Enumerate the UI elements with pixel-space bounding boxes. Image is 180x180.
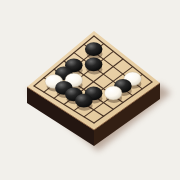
black-stone [85,58,103,75]
white-stone [104,86,122,103]
black-stone [75,94,93,111]
go-board-illustration [0,0,180,180]
black-stone [85,42,103,59]
go-board [0,0,180,180]
